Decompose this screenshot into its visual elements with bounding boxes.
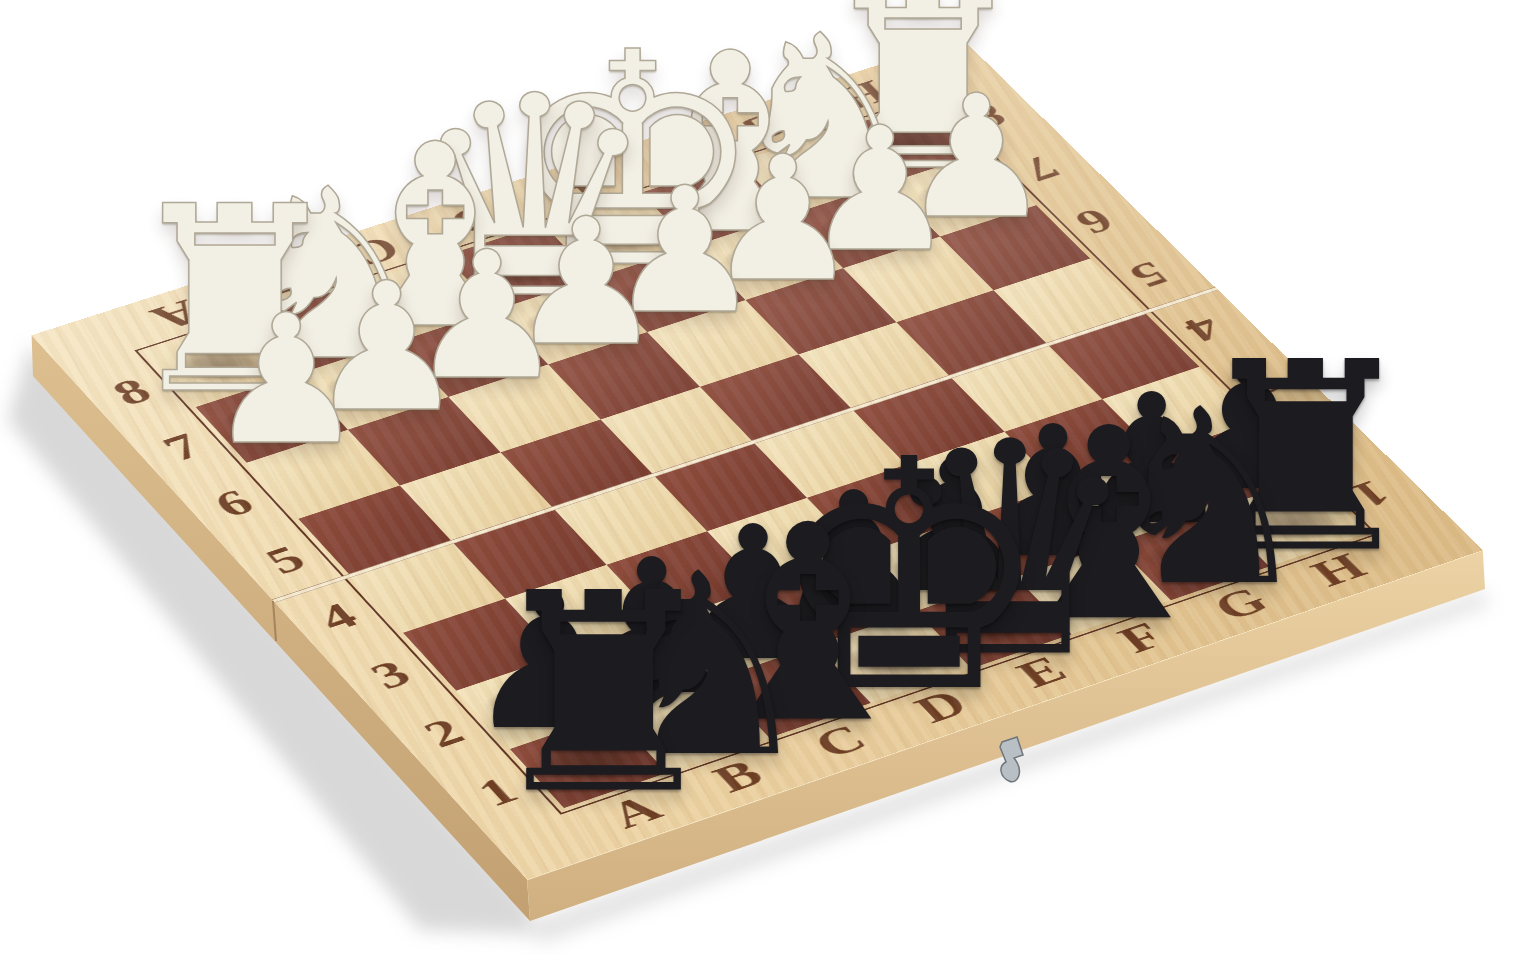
black-rook-a1[interactable]: ♜ <box>480 558 726 833</box>
white-pawn-a7[interactable]: ♟ <box>206 291 366 470</box>
pieces-layer: ♜♞♝♛♚♝♞♜♟♟♟♟♟♟♟♟♟♟♟♟♟♟♟♟♜♞♝♚♛♝♞♜ <box>0 0 1520 955</box>
chess-photo-scene: 87654321ABCDEFGH87654321ABCDEFGH ♜♞♝♛♚♝♞… <box>0 0 1520 955</box>
